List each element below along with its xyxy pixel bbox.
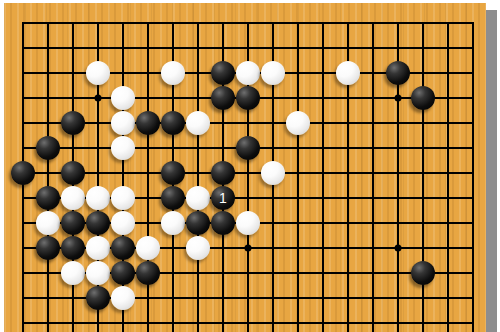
intersection-c4-r5[interactable] [86,111,111,136]
black-stone: 1 [211,186,235,210]
intersection-c17-r7[interactable] [411,161,436,186]
intersection-c14-r1[interactable] [336,11,361,36]
intersection-c7-r5[interactable] [161,111,186,136]
intersection-c9-r12[interactable] [211,286,236,311]
intersection-c8-r2[interactable] [186,36,211,61]
intersection-c15-r13[interactable] [361,311,386,332]
intersection-c10-r11[interactable] [236,261,261,286]
intersection-c10-r10[interactable] [236,236,261,261]
intersection-c15-r1[interactable] [361,11,386,36]
intersection-c3-r10[interactable] [61,236,86,261]
white-stone [236,211,260,235]
intersection-c7-r6[interactable] [161,136,186,161]
intersection-c11-r2[interactable] [261,36,286,61]
white-stone [186,186,210,210]
intersection-c15-r11[interactable] [361,261,386,286]
intersection-c10-r8[interactable] [236,186,261,211]
intersection-c11-r3[interactable] [261,61,286,86]
intersection-c19-r7[interactable] [461,161,486,186]
intersection-c13-r11[interactable] [311,261,336,286]
black-stone [61,236,85,260]
intersection-c4-r1[interactable] [86,11,111,36]
intersection-c13-r5[interactable] [311,111,336,136]
intersection-c19-r8[interactable] [461,186,486,211]
intersection-c8-r5[interactable] [186,111,211,136]
intersection-c1-r2[interactable] [11,36,36,61]
intersection-c5-r5[interactable] [111,111,136,136]
intersection-c16-r12[interactable] [386,286,411,311]
intersection-c8-r10[interactable] [186,236,211,261]
intersection-c3-r5[interactable] [61,111,86,136]
intersection-c18-r8[interactable] [436,186,461,211]
intersection-c2-r10[interactable] [36,236,61,261]
intersection-c12-r12[interactable] [286,286,311,311]
intersection-c18-r1[interactable] [436,11,461,36]
intersection-c4-r2[interactable] [86,36,111,61]
intersection-c4-r6[interactable] [86,136,111,161]
black-stone [61,161,85,185]
black-stone [36,136,60,160]
intersection-c16-r7[interactable] [386,161,411,186]
intersection-c12-r2[interactable] [286,36,311,61]
black-stone [411,261,435,285]
intersection-c6-r10[interactable] [136,236,161,261]
intersection-c11-r12[interactable] [261,286,286,311]
intersection-c6-r4[interactable] [136,86,161,111]
intersection-c3-r11[interactable] [61,261,86,286]
intersection-c17-r8[interactable] [411,186,436,211]
intersection-c12-r10[interactable] [286,236,311,261]
black-stone [111,261,135,285]
intersection-c7-r11[interactable] [161,261,186,286]
intersection-c16-r1[interactable] [386,11,411,36]
intersection-c13-r7[interactable] [311,161,336,186]
intersection-c15-r3[interactable] [361,61,386,86]
white-stone [111,136,135,160]
intersection-c9-r3[interactable] [211,61,236,86]
intersection-c19-r1[interactable] [461,11,486,36]
intersection-c7-r4[interactable] [161,86,186,111]
intersection-c6-r6[interactable] [136,136,161,161]
intersection-c6-r8[interactable] [136,186,161,211]
intersection-c11-r11[interactable] [261,261,286,286]
intersection-c16-r10[interactable] [386,236,411,261]
intersection-c18-r12[interactable] [436,286,461,311]
intersection-c12-r6[interactable] [286,136,311,161]
intersection-c1-r12[interactable] [11,286,36,311]
intersection-c17-r4[interactable] [411,86,436,111]
white-stone [86,61,110,85]
intersection-c4-r8[interactable] [86,186,111,211]
intersection-c17-r1[interactable] [411,11,436,36]
intersection-c7-r10[interactable] [161,236,186,261]
intersection-c1-r8[interactable] [11,186,36,211]
intersection-c19-r2[interactable] [461,36,486,61]
intersection-c3-r12[interactable] [61,286,86,311]
intersection-c3-r1[interactable] [61,11,86,36]
intersection-c12-r1[interactable] [286,11,311,36]
intersection-c1-r9[interactable] [11,211,36,236]
intersection-c2-r8[interactable] [36,186,61,211]
intersection-c9-r5[interactable] [211,111,236,136]
intersection-c3-r9[interactable] [61,211,86,236]
intersection-c3-r13[interactable] [61,311,86,332]
intersection-c12-r8[interactable] [286,186,311,211]
intersection-c11-r5[interactable] [261,111,286,136]
intersection-c16-r13[interactable] [386,311,411,332]
star-point [395,245,402,252]
black-stone [136,261,160,285]
intersection-c18-r2[interactable] [436,36,461,61]
white-stone [286,111,310,135]
intersection-c6-r11[interactable] [136,261,161,286]
intersection-c1-r10[interactable] [11,236,36,261]
intersection-c11-r7[interactable] [261,161,286,186]
intersection-c15-r12[interactable] [361,286,386,311]
intersection-c14-r11[interactable] [336,261,361,286]
intersection-c18-r4[interactable] [436,86,461,111]
black-stone [61,111,85,135]
intersection-c2-r3[interactable] [36,61,61,86]
intersection-c4-r13[interactable] [86,311,111,332]
intersection-c13-r10[interactable] [311,236,336,261]
intersection-c19-r13[interactable] [461,311,486,332]
intersection-c13-r4[interactable] [311,86,336,111]
intersection-c1-r1[interactable] [11,11,36,36]
intersection-c5-r6[interactable] [111,136,136,161]
intersection-c12-r3[interactable] [286,61,311,86]
intersection-c5-r4[interactable] [111,86,136,111]
intersection-c19-r12[interactable] [461,286,486,311]
intersection-c14-r7[interactable] [336,161,361,186]
intersection-c8-r1[interactable] [186,11,211,36]
intersection-c8-r3[interactable] [186,61,211,86]
intersection-c9-r7[interactable] [211,161,236,186]
intersection-c19-r11[interactable] [461,261,486,286]
intersection-c8-r7[interactable] [186,161,211,186]
intersection-c19-r10[interactable] [461,236,486,261]
intersection-c12-r5[interactable] [286,111,311,136]
intersection-c4-r12[interactable] [86,286,111,311]
black-stone [86,286,110,310]
intersection-c17-r5[interactable] [411,111,436,136]
intersection-c5-r2[interactable] [111,36,136,61]
black-stone [161,111,185,135]
intersection-c2-r2[interactable] [36,36,61,61]
intersection-c5-r9[interactable] [111,211,136,236]
intersection-c2-r7[interactable] [36,161,61,186]
intersection-c12-r13[interactable] [286,311,311,332]
black-stone [236,86,260,110]
intersection-c11-r9[interactable] [261,211,286,236]
white-stone [336,61,360,85]
intersection-c9-r8[interactable]: 1 [211,186,236,211]
intersection-c13-r6[interactable] [311,136,336,161]
intersection-c3-r3[interactable] [61,61,86,86]
intersection-c4-r10[interactable] [86,236,111,261]
intersection-c6-r12[interactable] [136,286,161,311]
intersection-c11-r6[interactable] [261,136,286,161]
intersection-c16-r4[interactable] [386,86,411,111]
intersection-c5-r7[interactable] [111,161,136,186]
intersection-c8-r13[interactable] [186,311,211,332]
intersection-c6-r1[interactable] [136,11,161,36]
intersection-c7-r7[interactable] [161,161,186,186]
intersection-c11-r8[interactable] [261,186,286,211]
star-point [395,95,402,102]
intersection-c3-r2[interactable] [61,36,86,61]
intersection-c2-r12[interactable] [36,286,61,311]
intersection-c14-r10[interactable] [336,236,361,261]
white-stone [111,86,135,110]
intersection-c6-r3[interactable] [136,61,161,86]
intersection-c6-r13[interactable] [136,311,161,332]
intersection-c14-r3[interactable] [336,61,361,86]
intersection-c9-r11[interactable] [211,261,236,286]
intersection-c1-r4[interactable] [11,86,36,111]
board-shadow [486,10,497,332]
go-grid: 1 [11,11,486,332]
black-stone [411,86,435,110]
intersection-c10-r5[interactable] [236,111,261,136]
intersection-c12-r7[interactable] [286,161,311,186]
intersection-c14-r8[interactable] [336,186,361,211]
intersection-c15-r8[interactable] [361,186,386,211]
white-stone [261,61,285,85]
intersection-c18-r7[interactable] [436,161,461,186]
intersection-c19-r9[interactable] [461,211,486,236]
intersection-c1-r7[interactable] [11,161,36,186]
intersection-c8-r8[interactable] [186,186,211,211]
intersection-c16-r9[interactable] [386,211,411,236]
intersection-c9-r13[interactable] [211,311,236,332]
intersection-c5-r1[interactable] [111,11,136,36]
intersection-c15-r5[interactable] [361,111,386,136]
intersection-c19-r4[interactable] [461,86,486,111]
intersection-c14-r6[interactable] [336,136,361,161]
intersection-c6-r9[interactable] [136,211,161,236]
white-stone [86,236,110,260]
black-stone [386,61,410,85]
black-stone [161,161,185,185]
intersection-c18-r13[interactable] [436,311,461,332]
black-stone [211,86,235,110]
intersection-c18-r6[interactable] [436,136,461,161]
intersection-c18-r11[interactable] [436,261,461,286]
intersection-c15-r10[interactable] [361,236,386,261]
intersection-c2-r1[interactable] [36,11,61,36]
star-point [245,245,252,252]
intersection-c2-r9[interactable] [36,211,61,236]
intersection-c7-r8[interactable] [161,186,186,211]
intersection-c2-r4[interactable] [36,86,61,111]
intersection-c7-r2[interactable] [161,36,186,61]
intersection-c12-r4[interactable] [286,86,311,111]
intersection-c14-r4[interactable] [336,86,361,111]
intersection-c14-r9[interactable] [336,211,361,236]
intersection-c7-r9[interactable] [161,211,186,236]
intersection-c6-r7[interactable] [136,161,161,186]
intersection-c10-r6[interactable] [236,136,261,161]
white-stone [136,236,160,260]
black-stone [236,136,260,160]
intersection-c9-r6[interactable] [211,136,236,161]
intersection-c10-r13[interactable] [236,311,261,332]
black-stone [186,211,210,235]
intersection-c5-r3[interactable] [111,61,136,86]
intersection-c13-r2[interactable] [311,36,336,61]
intersection-c9-r1[interactable] [211,11,236,36]
intersection-c15-r9[interactable] [361,211,386,236]
intersection-c12-r9[interactable] [286,211,311,236]
intersection-c4-r11[interactable] [86,261,111,286]
intersection-c3-r4[interactable] [61,86,86,111]
intersection-c11-r10[interactable] [261,236,286,261]
black-stone [11,161,35,185]
intersection-c10-r7[interactable] [236,161,261,186]
intersection-c10-r12[interactable] [236,286,261,311]
intersection-c3-r8[interactable] [61,186,86,211]
intersection-c18-r3[interactable] [436,61,461,86]
intersection-c18-r10[interactable] [436,236,461,261]
intersection-c4-r7[interactable] [86,161,111,186]
intersection-c1-r5[interactable] [11,111,36,136]
intersection-c3-r6[interactable] [61,136,86,161]
intersection-c13-r8[interactable] [311,186,336,211]
intersection-c12-r11[interactable] [286,261,311,286]
intersection-c17-r3[interactable] [411,61,436,86]
black-stone [211,61,235,85]
intersection-c11-r13[interactable] [261,311,286,332]
intersection-c9-r10[interactable] [211,236,236,261]
intersection-c8-r12[interactable] [186,286,211,311]
intersection-c8-r11[interactable] [186,261,211,286]
intersection-c10-r4[interactable] [236,86,261,111]
intersection-c14-r12[interactable] [336,286,361,311]
intersection-c15-r2[interactable] [361,36,386,61]
intersection-c16-r2[interactable] [386,36,411,61]
intersection-c7-r13[interactable] [161,311,186,332]
intersection-c7-r12[interactable] [161,286,186,311]
white-stone [111,111,135,135]
intersection-c1-r11[interactable] [11,261,36,286]
intersection-c4-r9[interactable] [86,211,111,236]
intersection-c16-r11[interactable] [386,261,411,286]
intersection-c13-r3[interactable] [311,61,336,86]
intersection-c17-r9[interactable] [411,211,436,236]
intersection-c7-r3[interactable] [161,61,186,86]
intersection-c17-r12[interactable] [411,286,436,311]
go-board[interactable]: 1 [4,3,486,332]
intersection-c18-r5[interactable] [436,111,461,136]
intersection-c4-r4[interactable] [86,86,111,111]
intersection-c8-r6[interactable] [186,136,211,161]
intersection-c19-r5[interactable] [461,111,486,136]
intersection-c8-r9[interactable] [186,211,211,236]
intersection-c14-r13[interactable] [336,311,361,332]
black-stone [211,211,235,235]
intersection-c15-r6[interactable] [361,136,386,161]
intersection-c10-r3[interactable] [236,61,261,86]
intersection-c17-r11[interactable] [411,261,436,286]
white-stone [161,211,185,235]
intersection-c5-r11[interactable] [111,261,136,286]
intersection-c10-r9[interactable] [236,211,261,236]
intersection-c16-r3[interactable] [386,61,411,86]
intersection-c1-r13[interactable] [11,311,36,332]
intersection-c5-r13[interactable] [111,311,136,332]
intersection-c14-r2[interactable] [336,36,361,61]
intersection-c15-r4[interactable] [361,86,386,111]
intersection-c16-r6[interactable] [386,136,411,161]
white-stone [261,161,285,185]
intersection-c19-r3[interactable] [461,61,486,86]
intersection-c6-r2[interactable] [136,36,161,61]
black-stone [61,211,85,235]
intersection-c9-r4[interactable] [211,86,236,111]
black-stone [111,236,135,260]
white-stone [36,211,60,235]
intersection-c17-r10[interactable] [411,236,436,261]
intersection-c6-r5[interactable] [136,111,161,136]
white-stone [111,211,135,235]
black-stone [36,236,60,260]
intersection-c16-r5[interactable] [386,111,411,136]
intersection-c8-r4[interactable] [186,86,211,111]
intersection-c14-r5[interactable] [336,111,361,136]
black-stone [86,211,110,235]
intersection-c17-r13[interactable] [411,311,436,332]
intersection-c13-r12[interactable] [311,286,336,311]
intersection-c19-r6[interactable] [461,136,486,161]
intersection-c2-r13[interactable] [36,311,61,332]
black-stone [211,161,235,185]
white-stone [111,286,135,310]
intersection-c15-r7[interactable] [361,161,386,186]
intersection-c17-r6[interactable] [411,136,436,161]
intersection-c13-r13[interactable] [311,311,336,332]
intersection-c13-r1[interactable] [311,11,336,36]
intersection-c5-r8[interactable] [111,186,136,211]
white-stone [86,261,110,285]
intersection-c9-r9[interactable] [211,211,236,236]
intersection-c11-r4[interactable] [261,86,286,111]
screenshot-frame: 1 [0,0,500,332]
intersection-c7-r1[interactable] [161,11,186,36]
intersection-c1-r6[interactable] [11,136,36,161]
intersection-c9-r2[interactable] [211,36,236,61]
intersection-c10-r2[interactable] [236,36,261,61]
white-stone [61,261,85,285]
intersection-c2-r6[interactable] [36,136,61,161]
white-stone [161,61,185,85]
intersection-c4-r3[interactable] [86,61,111,86]
intersection-c17-r2[interactable] [411,36,436,61]
intersection-c2-r11[interactable] [36,261,61,286]
intersection-c18-r9[interactable] [436,211,461,236]
intersection-c5-r12[interactable] [111,286,136,311]
intersection-c3-r7[interactable] [61,161,86,186]
intersection-c13-r9[interactable] [311,211,336,236]
white-stone [86,186,110,210]
intersection-c10-r1[interactable] [236,11,261,36]
intersection-c2-r5[interactable] [36,111,61,136]
intersection-c5-r10[interactable] [111,236,136,261]
intersection-c16-r8[interactable] [386,186,411,211]
intersection-c1-r3[interactable] [11,61,36,86]
white-stone [236,61,260,85]
intersection-c11-r1[interactable] [261,11,286,36]
